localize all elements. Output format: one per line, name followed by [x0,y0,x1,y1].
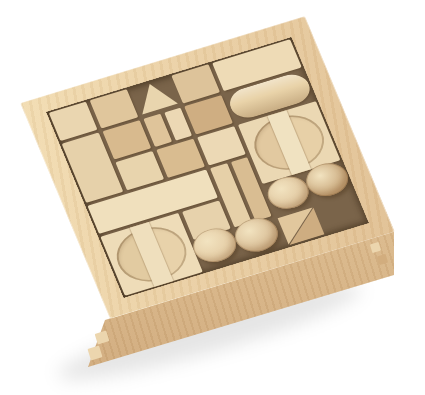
bowtie-triangle-pair [277,207,326,246]
product-photo-wooden-block-set [0,0,425,395]
